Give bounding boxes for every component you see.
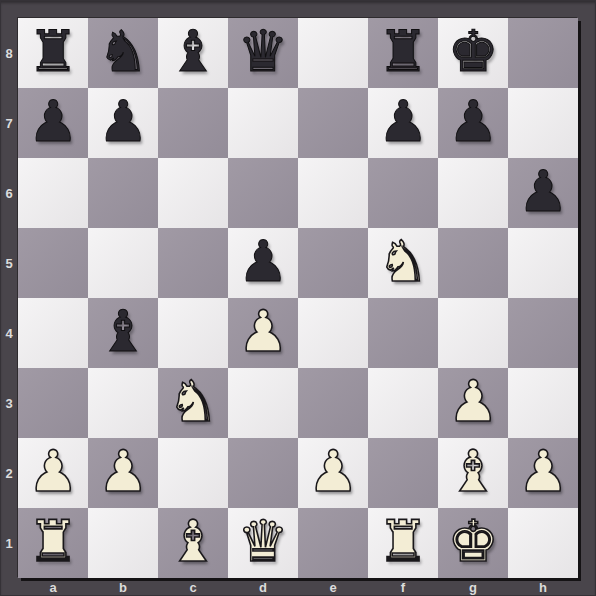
- square-c6[interactable]: [158, 158, 228, 228]
- rank-label-3: 3: [0, 368, 18, 438]
- square-g7[interactable]: ♟: [438, 88, 508, 158]
- rank-label-6: 6: [0, 158, 18, 228]
- square-b7[interactable]: ♟: [88, 88, 158, 158]
- square-f5[interactable]: ♞: [368, 228, 438, 298]
- square-h2[interactable]: ♟: [508, 438, 578, 508]
- white-knight-icon[interactable]: ♞: [368, 228, 438, 298]
- square-c8[interactable]: ♝: [158, 18, 228, 88]
- file-label-c: c: [158, 578, 228, 596]
- square-e2[interactable]: ♟: [298, 438, 368, 508]
- square-a1[interactable]: ♜: [18, 508, 88, 578]
- square-a6[interactable]: [18, 158, 88, 228]
- file-label-d: d: [228, 578, 298, 596]
- black-queen-icon[interactable]: ♛: [228, 18, 298, 88]
- square-b4[interactable]: ♝: [88, 298, 158, 368]
- rank-label-2: 2: [0, 438, 18, 508]
- black-rook-icon[interactable]: ♜: [18, 18, 88, 88]
- square-d3[interactable]: [228, 368, 298, 438]
- square-c4[interactable]: [158, 298, 228, 368]
- square-f6[interactable]: [368, 158, 438, 228]
- square-b5[interactable]: [88, 228, 158, 298]
- white-rook-icon[interactable]: ♜: [368, 508, 438, 578]
- black-bishop-icon[interactable]: ♝: [88, 298, 158, 368]
- square-g4[interactable]: [438, 298, 508, 368]
- square-f4[interactable]: [368, 298, 438, 368]
- file-label-e: e: [298, 578, 368, 596]
- square-c2[interactable]: [158, 438, 228, 508]
- square-a5[interactable]: [18, 228, 88, 298]
- square-g2[interactable]: ♝: [438, 438, 508, 508]
- square-d7[interactable]: [228, 88, 298, 158]
- square-b3[interactable]: [88, 368, 158, 438]
- square-c3[interactable]: ♞: [158, 368, 228, 438]
- square-e5[interactable]: [298, 228, 368, 298]
- square-g6[interactable]: [438, 158, 508, 228]
- black-pawn-icon[interactable]: ♟: [18, 88, 88, 158]
- board-grid: ♜♞♝♛♜♚♟♟♟♟♟♟♞♝♟♞♟♟♟♟♝♟♜♝♛♜♚: [18, 18, 578, 578]
- white-queen-icon[interactable]: ♛: [228, 508, 298, 578]
- square-h1[interactable]: [508, 508, 578, 578]
- white-rook-icon[interactable]: ♜: [18, 508, 88, 578]
- square-c7[interactable]: [158, 88, 228, 158]
- rank-label-4: 4: [0, 298, 18, 368]
- square-d1[interactable]: ♛: [228, 508, 298, 578]
- black-pawn-icon[interactable]: ♟: [438, 88, 508, 158]
- square-d5[interactable]: ♟: [228, 228, 298, 298]
- file-label-b: b: [88, 578, 158, 596]
- square-f8[interactable]: ♜: [368, 18, 438, 88]
- square-h4[interactable]: [508, 298, 578, 368]
- square-b8[interactable]: ♞: [88, 18, 158, 88]
- white-pawn-icon[interactable]: ♟: [18, 438, 88, 508]
- square-d2[interactable]: [228, 438, 298, 508]
- rank-label-1: 1: [0, 508, 18, 578]
- square-g8[interactable]: ♚: [438, 18, 508, 88]
- white-pawn-icon[interactable]: ♟: [298, 438, 368, 508]
- rank-label-5: 5: [0, 228, 18, 298]
- white-knight-icon[interactable]: ♞: [158, 368, 228, 438]
- square-h6[interactable]: ♟: [508, 158, 578, 228]
- file-labels: abcdefgh: [18, 578, 578, 596]
- white-king-icon[interactable]: ♚: [438, 508, 508, 578]
- white-bishop-icon[interactable]: ♝: [438, 438, 508, 508]
- square-a3[interactable]: [18, 368, 88, 438]
- chess-board-frame: 87654321 abcdefgh ♜♞♝♛♜♚♟♟♟♟♟♟♞♝♟♞♟♟♟♟♝♟…: [0, 0, 596, 596]
- black-knight-icon[interactable]: ♞: [88, 18, 158, 88]
- square-f2[interactable]: [368, 438, 438, 508]
- black-pawn-icon[interactable]: ♟: [508, 158, 578, 228]
- white-pawn-icon[interactable]: ♟: [228, 298, 298, 368]
- square-a4[interactable]: [18, 298, 88, 368]
- white-pawn-icon[interactable]: ♟: [508, 438, 578, 508]
- square-a7[interactable]: ♟: [18, 88, 88, 158]
- square-h8[interactable]: [508, 18, 578, 88]
- black-pawn-icon[interactable]: ♟: [368, 88, 438, 158]
- file-label-g: g: [438, 578, 508, 596]
- square-e3[interactable]: [298, 368, 368, 438]
- square-b2[interactable]: ♟: [88, 438, 158, 508]
- file-label-f: f: [368, 578, 438, 596]
- square-e6[interactable]: [298, 158, 368, 228]
- square-c1[interactable]: ♝: [158, 508, 228, 578]
- rank-label-7: 7: [0, 88, 18, 158]
- square-h5[interactable]: [508, 228, 578, 298]
- black-king-icon[interactable]: ♚: [438, 18, 508, 88]
- square-b6[interactable]: [88, 158, 158, 228]
- file-label-h: h: [508, 578, 578, 596]
- black-rook-icon[interactable]: ♜: [368, 18, 438, 88]
- square-h7[interactable]: [508, 88, 578, 158]
- square-f3[interactable]: [368, 368, 438, 438]
- square-g5[interactable]: [438, 228, 508, 298]
- square-e8[interactable]: [298, 18, 368, 88]
- square-a2[interactable]: ♟: [18, 438, 88, 508]
- rank-label-8: 8: [0, 18, 18, 88]
- square-b1[interactable]: [88, 508, 158, 578]
- square-d4[interactable]: ♟: [228, 298, 298, 368]
- square-g1[interactable]: ♚: [438, 508, 508, 578]
- square-f7[interactable]: ♟: [368, 88, 438, 158]
- white-bishop-icon[interactable]: ♝: [158, 508, 228, 578]
- square-c5[interactable]: [158, 228, 228, 298]
- square-h3[interactable]: [508, 368, 578, 438]
- square-g3[interactable]: ♟: [438, 368, 508, 438]
- white-pawn-icon[interactable]: ♟: [88, 438, 158, 508]
- square-a8[interactable]: ♜: [18, 18, 88, 88]
- square-e4[interactable]: [298, 298, 368, 368]
- square-f1[interactable]: ♜: [368, 508, 438, 578]
- square-d8[interactable]: ♛: [228, 18, 298, 88]
- white-pawn-icon[interactable]: ♟: [438, 368, 508, 438]
- file-label-a: a: [18, 578, 88, 596]
- square-e7[interactable]: [298, 88, 368, 158]
- black-bishop-icon[interactable]: ♝: [158, 18, 228, 88]
- rank-labels: 87654321: [0, 18, 18, 578]
- square-e1[interactable]: [298, 508, 368, 578]
- black-pawn-icon[interactable]: ♟: [228, 228, 298, 298]
- square-d6[interactable]: [228, 158, 298, 228]
- black-pawn-icon[interactable]: ♟: [88, 88, 158, 158]
